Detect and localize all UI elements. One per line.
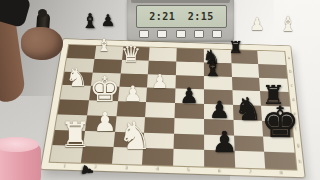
square-a1[interactable] xyxy=(67,45,96,59)
file-label: c xyxy=(290,78,294,92)
black-knight-f7[interactable]: ♞ xyxy=(234,93,262,124)
player-hand xyxy=(21,27,63,60)
rank-label: 4 xyxy=(142,166,173,172)
white-pawn-e3[interactable]: ♟ xyxy=(123,83,142,104)
held-piece-top xyxy=(38,9,47,17)
square-h8[interactable] xyxy=(264,152,296,170)
square-h7[interactable] xyxy=(234,151,265,168)
black-pawn-f6[interactable]: ♟ xyxy=(209,99,230,123)
square-c7[interactable] xyxy=(231,77,260,92)
square-a4[interactable] xyxy=(149,47,177,61)
square-g7[interactable] xyxy=(234,135,265,152)
white-queen-b3[interactable]: ♛ xyxy=(121,43,142,66)
clock-time-left: 2:21 xyxy=(149,11,175,22)
square-h5[interactable] xyxy=(173,149,204,166)
white-knight-d1[interactable]: ♞ xyxy=(66,65,89,90)
black-pawn-captured[interactable]: ♟ xyxy=(101,13,115,29)
rank-label: 6 xyxy=(204,168,235,174)
clock-buttons[interactable] xyxy=(139,30,222,38)
rank-label: 5 xyxy=(173,167,204,173)
black-bishop-captured[interactable]: ♝ xyxy=(81,11,99,31)
clock-time-right: 2:15 xyxy=(188,11,214,22)
white-bishop-captured[interactable]: ♝ xyxy=(279,14,297,34)
rank-label: 1 xyxy=(49,163,81,169)
black-pawn-h6[interactable]: ♟ xyxy=(211,128,237,157)
rank-label: 3 xyxy=(111,165,142,171)
clock-button[interactable] xyxy=(139,30,149,38)
square-b8[interactable] xyxy=(258,64,287,78)
clock-button[interactable] xyxy=(194,30,204,38)
clock-button[interactable] xyxy=(176,30,186,38)
white-knight-h3[interactable]: ♞ xyxy=(118,117,152,155)
clock-rocker[interactable] xyxy=(131,0,230,3)
white-pawn-g2[interactable]: ♟ xyxy=(93,109,117,135)
square-e1[interactable] xyxy=(58,99,89,115)
file-label: h xyxy=(297,153,302,170)
black-pawn-e5[interactable]: ♟ xyxy=(179,85,198,106)
rank-label: 7 xyxy=(235,169,266,175)
scene: 2:21 2:15 12345678 abcdefgh ♝♜♛♞♝♞♟♚♟♟♜♟… xyxy=(0,0,320,180)
square-a8[interactable] xyxy=(257,51,285,65)
clock-button[interactable] xyxy=(157,30,167,38)
square-b7[interactable] xyxy=(231,63,259,77)
square-b5[interactable] xyxy=(176,61,204,75)
black-king-g8[interactable]: ♚ xyxy=(261,101,299,144)
square-f5[interactable] xyxy=(174,118,204,134)
clock-display: 2:21 2:15 xyxy=(136,5,227,28)
clock-button[interactable] xyxy=(212,30,222,38)
square-a5[interactable] xyxy=(176,48,203,62)
rank-label: 8 xyxy=(266,170,297,176)
black-bishop-c6[interactable]: ♝ xyxy=(203,58,222,80)
black-rook-a7[interactable]: ♜ xyxy=(228,40,243,56)
chess-clock[interactable]: 2:21 2:15 xyxy=(127,0,234,42)
file-label: b xyxy=(288,65,292,79)
file-label: a xyxy=(287,52,291,65)
white-rook-h1[interactable]: ♜ xyxy=(60,117,92,152)
white-bishop-a2[interactable]: ♝ xyxy=(97,37,112,54)
white-king-e2[interactable]: ♚ xyxy=(89,71,120,106)
black-pawn-captured-lying[interactable]: ♟ xyxy=(80,163,97,179)
white-pawn-captured[interactable]: ♟ xyxy=(249,16,264,33)
white-pawn-d4[interactable]: ♟ xyxy=(151,72,168,91)
square-g5[interactable] xyxy=(174,133,204,150)
